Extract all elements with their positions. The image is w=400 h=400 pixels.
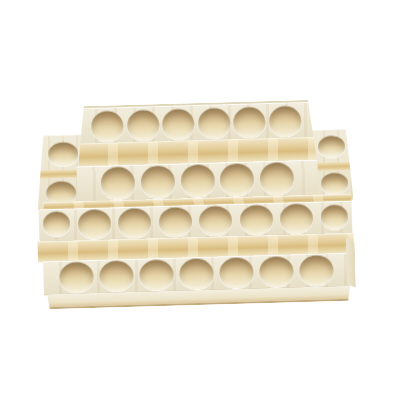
pit-r4c7[interactable] [299,255,334,286]
wooden-tiered-board [0,0,400,400]
pit-r1c6[interactable] [269,106,302,137]
pit-r4c4[interactable] [179,259,214,290]
pit-r2c5[interactable] [259,162,294,195]
pit-r3c2[interactable] [77,210,111,240]
pit-r4c6[interactable] [259,256,294,287]
pit-r4c1[interactable] [59,262,94,293]
edge-pit-left-1[interactable] [48,142,79,166]
photo-stage [0,0,400,400]
pit-r3c7[interactable] [280,204,314,234]
pit-r1c2[interactable] [127,110,160,141]
pit-r3c5[interactable] [199,206,233,236]
pit-r1c4[interactable] [198,108,231,139]
pit-r4c3[interactable] [139,260,174,291]
pit-r3c8[interactable] [321,204,349,229]
pit-r4c2[interactable] [99,261,134,292]
pit-r2c2[interactable] [140,166,175,199]
pit-r4c5[interactable] [219,258,254,289]
pit-r1c3[interactable] [162,109,195,140]
right-side-face [346,236,356,288]
edge-pit-right-2[interactable] [321,173,349,195]
pit-r3c3[interactable] [118,208,152,238]
pit-r1c1[interactable] [91,111,124,142]
pit-r3c1[interactable] [43,212,71,237]
pit-r2c1[interactable] [101,167,136,200]
pit-r1c5[interactable] [233,107,266,138]
edge-pit-right-1[interactable] [318,136,346,158]
pit-r2c3[interactable] [180,165,215,198]
pit-r2c4[interactable] [220,163,255,196]
pit-r3c4[interactable] [158,207,192,237]
pit-r3c6[interactable] [239,205,273,235]
